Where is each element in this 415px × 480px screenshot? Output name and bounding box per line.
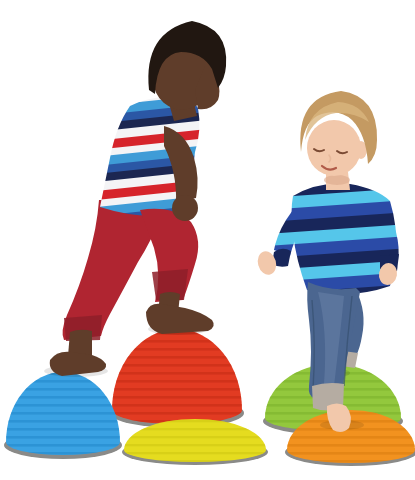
left-child-fist bbox=[172, 195, 198, 221]
product-photo bbox=[0, 0, 415, 480]
right-child-neck-shadow bbox=[324, 175, 350, 185]
right-child-face bbox=[307, 120, 361, 176]
photo-scene bbox=[0, 0, 415, 480]
